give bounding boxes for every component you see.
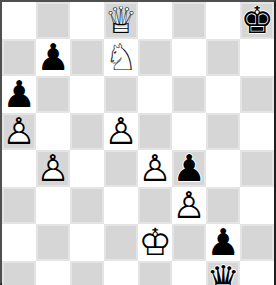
square-e3[interactable]: [138, 187, 172, 224]
square-h1[interactable]: [240, 261, 274, 285]
square-f5[interactable]: [172, 113, 206, 150]
square-b7[interactable]: ♟: [36, 39, 70, 76]
square-c8[interactable]: [70, 2, 104, 39]
square-h2[interactable]: [240, 224, 274, 261]
black-pawn-glyph: ♟: [36, 39, 69, 76]
white-pawn-piece[interactable]: ♟♙: [104, 113, 137, 150]
square-f2[interactable]: [172, 224, 206, 261]
square-h3[interactable]: [240, 187, 274, 224]
white-pawn-piece[interactable]: ♟♙: [2, 113, 35, 150]
square-c1[interactable]: [70, 261, 104, 285]
white-king-outline-glyph: ♔: [138, 224, 171, 261]
square-d7[interactable]: ♞♘: [104, 39, 138, 76]
square-d4[interactable]: [104, 150, 138, 187]
white-pawn-piece[interactable]: ♟♙: [138, 150, 171, 187]
square-a5[interactable]: ♟♙: [2, 113, 36, 150]
black-pawn-piece[interactable]: ♟: [206, 224, 239, 261]
square-e4[interactable]: ♟♙: [138, 150, 172, 187]
white-pawn-outline-glyph: ♙: [104, 113, 137, 150]
square-e1[interactable]: [138, 261, 172, 285]
square-a6[interactable]: ♟: [2, 76, 36, 113]
square-a4[interactable]: [2, 150, 36, 187]
white-pawn-outline-glyph: ♙: [36, 150, 69, 187]
square-b8[interactable]: [36, 2, 70, 39]
square-b3[interactable]: [36, 187, 70, 224]
square-a1[interactable]: [2, 261, 36, 285]
black-pawn-glyph: ♟: [2, 76, 35, 113]
square-b6[interactable]: [36, 76, 70, 113]
square-b5[interactable]: [36, 113, 70, 150]
square-d8[interactable]: ♛♕: [104, 2, 138, 39]
chess-board-frame: ♛♕♚♟♞♘♟♟♙♟♙♟♙♟♙♟♟♙♚♔♟♛: [0, 0, 276, 285]
square-f7[interactable]: [172, 39, 206, 76]
square-g3[interactable]: [206, 187, 240, 224]
square-f1[interactable]: [172, 261, 206, 285]
square-e6[interactable]: [138, 76, 172, 113]
square-g7[interactable]: [206, 39, 240, 76]
black-pawn-glyph: ♟: [206, 224, 239, 261]
white-queen-piece[interactable]: ♛♕: [104, 2, 137, 39]
white-pawn-piece[interactable]: ♟♙: [36, 150, 69, 187]
square-a8[interactable]: [2, 2, 36, 39]
square-d1[interactable]: [104, 261, 138, 285]
white-knight-piece[interactable]: ♞♘: [104, 39, 137, 76]
square-c5[interactable]: [70, 113, 104, 150]
square-e5[interactable]: [138, 113, 172, 150]
square-g4[interactable]: [206, 150, 240, 187]
square-b2[interactable]: [36, 224, 70, 261]
square-c4[interactable]: [70, 150, 104, 187]
square-b1[interactable]: [36, 261, 70, 285]
square-f4[interactable]: ♟: [172, 150, 206, 187]
white-knight-outline-glyph: ♘: [104, 39, 137, 76]
square-h7[interactable]: [240, 39, 274, 76]
square-d5[interactable]: ♟♙: [104, 113, 138, 150]
square-h8[interactable]: ♚: [240, 2, 274, 39]
black-king-piece[interactable]: ♚: [240, 2, 273, 39]
square-f8[interactable]: [172, 2, 206, 39]
black-pawn-glyph: ♟: [172, 150, 205, 187]
square-a3[interactable]: [2, 187, 36, 224]
square-g2[interactable]: ♟: [206, 224, 240, 261]
white-pawn-outline-glyph: ♙: [2, 113, 35, 150]
square-c7[interactable]: [70, 39, 104, 76]
white-queen-outline-glyph: ♕: [104, 2, 137, 39]
square-f3[interactable]: ♟♙: [172, 187, 206, 224]
square-e7[interactable]: [138, 39, 172, 76]
square-d6[interactable]: [104, 76, 138, 113]
square-b4[interactable]: ♟♙: [36, 150, 70, 187]
square-h4[interactable]: [240, 150, 274, 187]
black-king-glyph: ♚: [240, 2, 273, 39]
square-h6[interactable]: [240, 76, 274, 113]
square-e8[interactable]: [138, 2, 172, 39]
square-g1[interactable]: ♛: [206, 261, 240, 285]
black-pawn-piece[interactable]: ♟: [172, 150, 205, 187]
square-c6[interactable]: [70, 76, 104, 113]
square-c3[interactable]: [70, 187, 104, 224]
white-pawn-piece[interactable]: ♟♙: [172, 187, 205, 224]
black-pawn-piece[interactable]: ♟: [36, 39, 69, 76]
square-g8[interactable]: [206, 2, 240, 39]
square-f6[interactable]: [172, 76, 206, 113]
white-king-piece[interactable]: ♚♔: [138, 224, 171, 261]
square-c2[interactable]: [70, 224, 104, 261]
square-d2[interactable]: [104, 224, 138, 261]
square-e2[interactable]: ♚♔: [138, 224, 172, 261]
square-g6[interactable]: [206, 76, 240, 113]
chess-board: ♛♕♚♟♞♘♟♟♙♟♙♟♙♟♙♟♟♙♚♔♟♛: [2, 2, 274, 282]
black-queen-glyph: ♛: [206, 261, 239, 285]
square-g5[interactable]: [206, 113, 240, 150]
black-queen-piece[interactable]: ♛: [206, 261, 239, 285]
white-pawn-outline-glyph: ♙: [172, 187, 205, 224]
square-a7[interactable]: [2, 39, 36, 76]
square-h5[interactable]: [240, 113, 274, 150]
black-pawn-piece[interactable]: ♟: [2, 76, 35, 113]
square-d3[interactable]: [104, 187, 138, 224]
white-pawn-outline-glyph: ♙: [138, 150, 171, 187]
square-a2[interactable]: [2, 224, 36, 261]
